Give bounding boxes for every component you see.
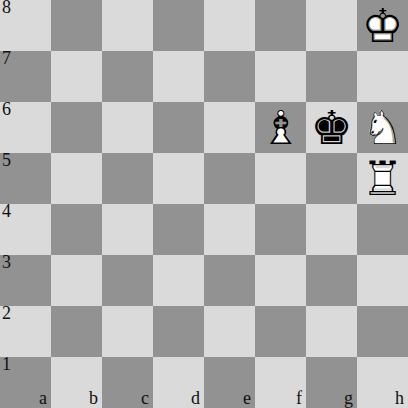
square-c4[interactable] — [102, 204, 153, 255]
white-knight-icon: ♘ — [357, 102, 408, 153]
square-b7[interactable] — [51, 51, 102, 102]
square-f5[interactable] — [255, 153, 306, 204]
square-e4[interactable] — [204, 204, 255, 255]
piece-white-bishop-f6[interactable]: ♝♗ — [255, 102, 306, 153]
piece-white-rook-h5[interactable]: ♜♖ — [357, 153, 408, 204]
file-label-h: h — [395, 389, 404, 408]
square-b2[interactable] — [51, 306, 102, 357]
square-a4[interactable]: 4 — [0, 204, 51, 255]
square-d5[interactable] — [153, 153, 204, 204]
black-king-icon: ♚ — [306, 102, 357, 153]
square-h1[interactable]: h — [357, 357, 408, 408]
square-f1[interactable]: f — [255, 357, 306, 408]
square-d6[interactable] — [153, 102, 204, 153]
square-e1[interactable]: e — [204, 357, 255, 408]
square-h5[interactable]: ♜♖ — [357, 153, 408, 204]
rank-label-7: 7 — [2, 49, 11, 69]
square-f2[interactable] — [255, 306, 306, 357]
file-label-e: e — [243, 389, 251, 408]
chess-board: 8♚♔76♝♗♚♞♘5♜♖4321abcdefgh — [0, 0, 408, 408]
square-d3[interactable] — [153, 255, 204, 306]
file-label-g: g — [344, 389, 353, 408]
square-g5[interactable] — [306, 153, 357, 204]
square-e8[interactable] — [204, 0, 255, 51]
square-f7[interactable] — [255, 51, 306, 102]
square-b5[interactable] — [51, 153, 102, 204]
square-g7[interactable] — [306, 51, 357, 102]
file-label-c: c — [141, 389, 149, 408]
square-g1[interactable]: g — [306, 357, 357, 408]
piece-black-king-g6[interactable]: ♚ — [306, 102, 357, 153]
square-d7[interactable] — [153, 51, 204, 102]
square-d8[interactable] — [153, 0, 204, 51]
white-king-icon: ♔ — [357, 0, 408, 51]
square-g6[interactable]: ♚ — [306, 102, 357, 153]
white-bishop-icon: ♗ — [255, 102, 306, 153]
square-b4[interactable] — [51, 204, 102, 255]
rank-label-1: 1 — [2, 355, 11, 375]
square-c1[interactable]: c — [102, 357, 153, 408]
square-c2[interactable] — [102, 306, 153, 357]
square-h2[interactable] — [357, 306, 408, 357]
square-d2[interactable] — [153, 306, 204, 357]
square-f6[interactable]: ♝♗ — [255, 102, 306, 153]
square-c8[interactable] — [102, 0, 153, 51]
square-g8[interactable] — [306, 0, 357, 51]
rank-label-2: 2 — [2, 304, 11, 324]
file-label-b: b — [89, 389, 98, 408]
square-e7[interactable] — [204, 51, 255, 102]
square-h7[interactable] — [357, 51, 408, 102]
square-f8[interactable] — [255, 0, 306, 51]
square-b6[interactable] — [51, 102, 102, 153]
square-h4[interactable] — [357, 204, 408, 255]
square-b3[interactable] — [51, 255, 102, 306]
file-label-a: a — [39, 389, 47, 408]
square-d1[interactable]: d — [153, 357, 204, 408]
square-a2[interactable]: 2 — [0, 306, 51, 357]
rank-label-6: 6 — [2, 100, 11, 120]
square-e2[interactable] — [204, 306, 255, 357]
square-g4[interactable] — [306, 204, 357, 255]
square-f3[interactable] — [255, 255, 306, 306]
square-e6[interactable] — [204, 102, 255, 153]
rank-label-4: 4 — [2, 202, 11, 222]
square-h3[interactable] — [357, 255, 408, 306]
square-a6[interactable]: 6 — [0, 102, 51, 153]
piece-white-knight-h6[interactable]: ♞♘ — [357, 102, 408, 153]
piece-white-king-h8[interactable]: ♚♔ — [357, 0, 408, 51]
square-c5[interactable] — [102, 153, 153, 204]
square-e3[interactable] — [204, 255, 255, 306]
square-c7[interactable] — [102, 51, 153, 102]
file-label-f: f — [296, 389, 302, 408]
square-c3[interactable] — [102, 255, 153, 306]
square-b1[interactable]: b — [51, 357, 102, 408]
square-f4[interactable] — [255, 204, 306, 255]
square-e5[interactable] — [204, 153, 255, 204]
rank-label-3: 3 — [2, 253, 11, 273]
square-c6[interactable] — [102, 102, 153, 153]
rank-label-5: 5 — [2, 151, 11, 171]
square-a3[interactable]: 3 — [0, 255, 51, 306]
square-a8[interactable]: 8 — [0, 0, 51, 51]
square-h8[interactable]: ♚♔ — [357, 0, 408, 51]
white-rook-icon: ♖ — [357, 153, 408, 204]
square-a5[interactable]: 5 — [0, 153, 51, 204]
square-g2[interactable] — [306, 306, 357, 357]
rank-label-8: 8 — [2, 0, 11, 18]
square-g3[interactable] — [306, 255, 357, 306]
square-h6[interactable]: ♞♘ — [357, 102, 408, 153]
square-a1[interactable]: 1a — [0, 357, 51, 408]
square-b8[interactable] — [51, 0, 102, 51]
file-label-d: d — [191, 389, 200, 408]
square-d4[interactable] — [153, 204, 204, 255]
square-a7[interactable]: 7 — [0, 51, 51, 102]
